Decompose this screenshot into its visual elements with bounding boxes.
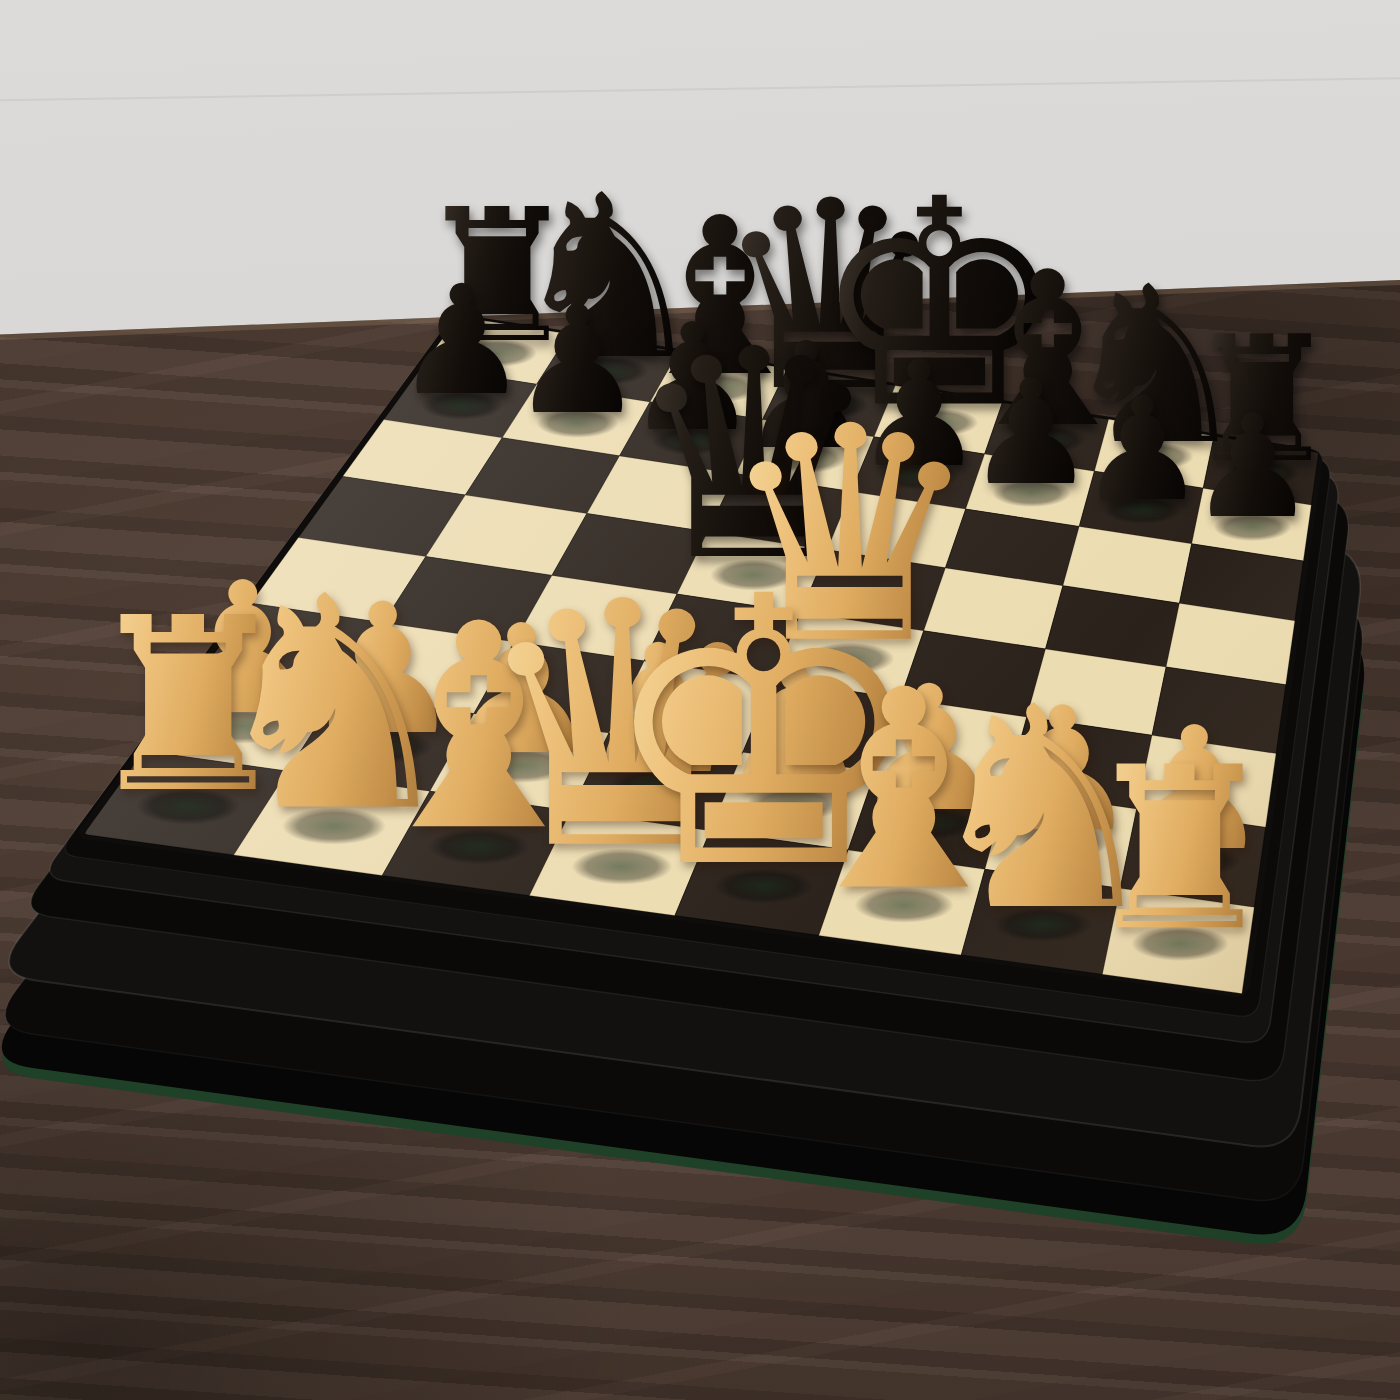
chess-board <box>0 0 1400 1400</box>
chess-set-photo: ♜♞♝♟♛♚♟♝♟♞♟♜♟♟♟♟♛♛♟♟♟♟♟♜♟♞♟♝♟♛♚♝♞♜ <box>0 0 1400 1400</box>
